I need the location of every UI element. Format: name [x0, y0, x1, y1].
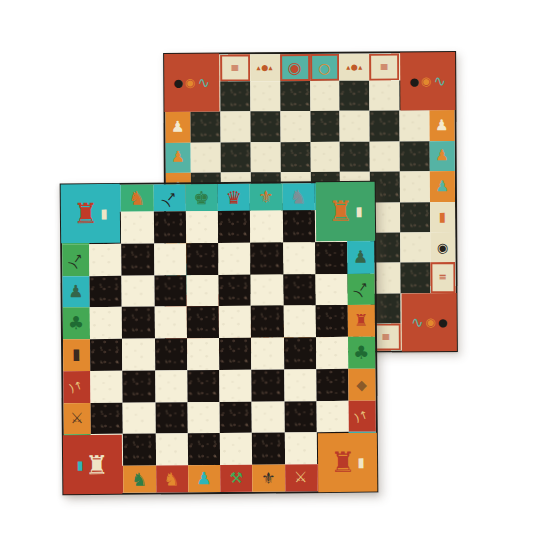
- light-square: [154, 243, 187, 275]
- light-square: [251, 337, 284, 369]
- light-square: [250, 142, 280, 173]
- border-square-pillar-motif: ▮: [430, 202, 455, 233]
- hatch-tile-icon: ≡: [230, 62, 240, 73]
- dark-square: [220, 81, 250, 112]
- soldier-icon: ♟: [196, 470, 212, 487]
- dark-square: [123, 434, 156, 466]
- light-square: [400, 171, 430, 202]
- light-square: [315, 273, 348, 305]
- dark-square: [282, 210, 315, 242]
- light-square: [316, 337, 349, 369]
- doll-icon: ♟: [435, 149, 449, 164]
- product-photo-stage: ≡▴●▴◉○▴●▴≡♟♟♟♟♟♟◉▮♟◉♟≡≡▴●▴♟▴●▴▴●▴≡●◉∿●◉∿…: [0, 0, 540, 540]
- tower-icon: ▮: [100, 207, 107, 220]
- eye-motif-icon: ○: [318, 60, 331, 74]
- castle-icon: ♜: [330, 448, 355, 476]
- light-square: [283, 242, 316, 274]
- dark-square: [219, 338, 252, 370]
- border-square-circle-motif: ◉: [430, 232, 455, 263]
- border-square-soldier: ♟: [62, 276, 89, 308]
- tower-icon: ▮: [358, 456, 365, 469]
- dark-square: [252, 369, 285, 401]
- border-square-shield: ◆: [348, 368, 375, 400]
- dark-square: [123, 370, 156, 402]
- hatch-tile-icon: ≡: [381, 332, 391, 343]
- light-square: [400, 232, 430, 263]
- border-square-hatch-tile: ≡: [430, 262, 455, 293]
- teal-swirl-icon: ∿: [197, 75, 210, 90]
- light-square: [284, 369, 317, 401]
- dark-square: [250, 242, 283, 274]
- light-square: [187, 338, 220, 370]
- crossed-weapons-icon: ⚔: [70, 411, 84, 426]
- corner-swirl-tl: ●◉∿: [164, 54, 219, 112]
- border-square-doll: ♟: [165, 112, 190, 143]
- tower-icon: ▮: [355, 205, 362, 218]
- dark-square: [283, 337, 316, 369]
- dark-square: [340, 81, 370, 112]
- tower-icon: ▮: [77, 459, 84, 471]
- light-square: [219, 369, 252, 401]
- border-square-tree-and-bow: ♣: [348, 337, 375, 369]
- border-square-doll: ♟: [430, 141, 455, 172]
- dark-square: [316, 369, 349, 401]
- light-square: [186, 211, 219, 243]
- doll-icon: ♟: [171, 120, 185, 135]
- knight-on-horse-icon: ♞: [131, 470, 148, 488]
- doll-icon: ♟: [171, 150, 185, 165]
- border-square-bow-and-quiver: )↑: [349, 400, 376, 432]
- dark-square: [155, 402, 188, 434]
- dark-square: [280, 81, 310, 112]
- dark-square: [153, 211, 186, 243]
- border-square-doll: ♟: [430, 171, 455, 202]
- tower-door-icon: ▮: [72, 348, 81, 363]
- corner-castle-br: ♜▮: [318, 433, 378, 493]
- border-square-folk-figures: ▴●▴: [339, 54, 369, 81]
- border-square-tree-and-bow: ♣: [63, 307, 90, 339]
- light-square: [316, 400, 349, 432]
- dark-square: [221, 142, 251, 173]
- light-square: [251, 274, 284, 306]
- border-square-archer: )→: [347, 273, 374, 305]
- dark-square: [280, 142, 310, 173]
- border-square-castle-tower: ♜: [348, 305, 375, 337]
- circle-motif-icon: ◉: [437, 241, 449, 254]
- axe-icon: ⚒: [229, 471, 243, 486]
- light-square: [310, 142, 340, 173]
- black-dot-icon: ●: [173, 77, 183, 88]
- dark-square: [220, 401, 253, 433]
- crossed-weapons-icon: ⚔: [294, 470, 308, 485]
- soldier-icon: ♟: [68, 283, 84, 300]
- light-square: [155, 370, 188, 402]
- light-square: [187, 401, 220, 433]
- light-square: [220, 112, 250, 143]
- border-square-jester: ⚜: [250, 183, 282, 210]
- light-square: [89, 244, 122, 276]
- light-square: [250, 81, 280, 112]
- dark-square: [400, 141, 430, 172]
- border-square-crossed-weapons: ⚔: [285, 464, 317, 491]
- border-square-doll: ♟: [166, 142, 191, 173]
- dark-square: [284, 401, 317, 433]
- dark-square: [186, 306, 219, 338]
- border-square-doll: ♟: [429, 110, 454, 141]
- light-square: [218, 242, 251, 274]
- dark-square: [218, 211, 251, 243]
- hatch-tile-icon: ≡: [438, 273, 447, 283]
- orange-dot-icon: ◉: [421, 75, 432, 87]
- tree-and-bow-icon: ♣: [68, 314, 85, 332]
- bow-and-quiver-icon: )↑: [353, 408, 370, 423]
- queen-icon: ♛: [225, 188, 242, 206]
- light-square: [220, 433, 253, 465]
- knight-on-horse-icon: ♞: [290, 187, 308, 206]
- dark-square: [400, 263, 430, 294]
- castle-tower-icon: ♜: [354, 313, 369, 329]
- doll-icon: ♟: [435, 118, 449, 133]
- castle-icon: ♜: [73, 200, 98, 228]
- light-square: [186, 275, 219, 307]
- light-square: [280, 111, 310, 142]
- dark-square: [90, 339, 123, 371]
- border-square-hatch-tile: ≡: [220, 54, 250, 81]
- light-square: [154, 307, 187, 339]
- dark-square: [315, 242, 348, 274]
- teal-swirl-icon: ∿: [433, 74, 446, 89]
- border-square-archer: )→: [62, 244, 89, 276]
- light-square: [121, 212, 154, 244]
- dark-square: [154, 275, 187, 307]
- dark-square: [186, 243, 219, 275]
- border-square-knight-on-horse: ♞: [123, 466, 155, 493]
- castle-icon: ♜: [328, 197, 353, 225]
- border-square-crossed-weapons: ⚔: [64, 403, 91, 435]
- dark-square: [400, 202, 430, 233]
- light-square: [122, 275, 155, 307]
- hatch-tile-icon: ≡: [379, 62, 389, 73]
- dark-square: [251, 306, 284, 338]
- shield-icon: ◆: [356, 377, 367, 391]
- border-square-knight-on-horse: ♞: [282, 183, 314, 210]
- dark-square: [188, 433, 221, 465]
- border-square-soldier: ♟: [347, 241, 374, 273]
- light-square: [283, 305, 316, 337]
- border-square-archer: )→: [153, 184, 185, 211]
- light-square: [400, 111, 430, 142]
- tree-and-bow-icon: ♣: [353, 344, 370, 362]
- light-square: [284, 432, 317, 464]
- pillar-motif-icon: ▮: [439, 210, 447, 223]
- black-dot-icon: ●: [438, 317, 448, 328]
- border-square-axe: ⚒: [220, 465, 252, 492]
- dark-square: [155, 338, 188, 370]
- light-square: [155, 434, 188, 466]
- corner-swirl-tr: ●◉∿: [400, 52, 455, 110]
- border-square-horse: ♞: [156, 465, 188, 492]
- horse-icon: ♞: [163, 470, 180, 488]
- knight-on-horse-icon: ♞: [128, 189, 146, 208]
- corner-castle-tr: ♜▮: [316, 182, 376, 242]
- corner-swirl-br: ∿◉●: [402, 293, 457, 351]
- dark-square: [91, 402, 124, 434]
- chess-board-front-side: ♞)→♚♛⚜♞)→♟♟)→♣♜▮♣)↑◆⚔)↑♞♞♟⚒⚜⚔♜▮♜▮▮♜♜▮: [60, 181, 379, 496]
- folk-figures-icon: ▴●▴: [346, 63, 363, 71]
- dark-square: [190, 112, 220, 143]
- orange-dot-icon: ◉: [425, 316, 436, 328]
- border-square-folk-figures: ▴●▴: [250, 54, 280, 81]
- border-square-eye-motif: ◉: [280, 54, 310, 81]
- light-square: [123, 402, 156, 434]
- king-icon: ♚: [193, 189, 210, 207]
- border-square-eye-motif: ○: [310, 54, 340, 81]
- castle-icon: ♜: [85, 451, 109, 477]
- border-square-king: ♚: [185, 184, 217, 211]
- bow-and-quiver-icon: )↑: [68, 379, 85, 394]
- dark-square: [89, 275, 122, 307]
- black-dot-icon: ●: [409, 76, 419, 87]
- light-square: [90, 371, 123, 403]
- border-square-soldier: ♟: [188, 465, 220, 492]
- doll-icon: ♟: [435, 179, 449, 194]
- dark-square: [250, 112, 280, 143]
- light-square: [250, 210, 283, 242]
- orange-dot-icon: ◉: [185, 77, 196, 89]
- border-square-hatch-tile: ≡: [369, 53, 399, 80]
- border-square-bow-and-quiver: )↑: [63, 371, 90, 403]
- border-square-knight-on-horse: ♞: [121, 185, 153, 212]
- teal-swirl-icon: ∿: [411, 315, 424, 330]
- light-square: [122, 339, 155, 371]
- dark-square: [252, 433, 285, 465]
- eye-motif-icon: ◉: [287, 60, 302, 76]
- dark-square: [218, 274, 251, 306]
- jester-icon: ⚜: [261, 470, 276, 486]
- border-square-jester: ⚜: [252, 464, 284, 491]
- light-square: [370, 141, 400, 172]
- dark-square: [121, 243, 154, 275]
- light-square: [90, 307, 123, 339]
- corner-castle-tl: ♜▮: [61, 184, 121, 244]
- light-square: [191, 142, 221, 173]
- dark-square: [283, 274, 316, 306]
- dark-square: [122, 307, 155, 339]
- border-square-queen: ♛: [218, 184, 250, 211]
- folk-figures-icon: ▴●▴: [257, 64, 274, 72]
- dark-square: [315, 305, 348, 337]
- dark-square: [187, 370, 220, 402]
- light-square: [370, 80, 400, 111]
- dark-square: [370, 111, 400, 142]
- dark-square: [340, 141, 370, 172]
- border-square-tower-door: ▮: [63, 339, 90, 371]
- corner-castle-bl: ▮♜: [63, 435, 123, 495]
- soldier-icon: ♟: [353, 249, 369, 266]
- archer-icon: )→: [160, 188, 179, 208]
- archer-icon: )→: [352, 279, 371, 299]
- archer-icon: )→: [66, 250, 85, 270]
- jester-icon: ⚜: [258, 189, 274, 206]
- light-square: [252, 401, 285, 433]
- light-square: [219, 306, 252, 338]
- light-square: [340, 111, 370, 142]
- dark-square: [310, 111, 340, 142]
- light-square: [310, 81, 340, 112]
